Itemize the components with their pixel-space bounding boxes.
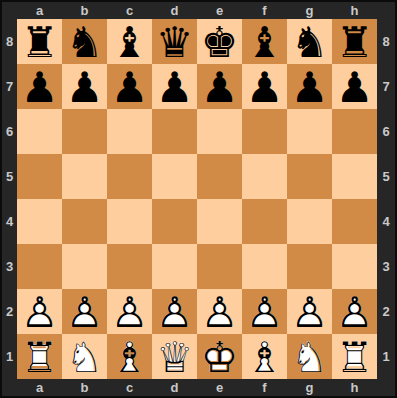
piece-black-king[interactable]: ♚ xyxy=(197,19,242,64)
square-c6[interactable] xyxy=(107,109,152,154)
square-d8[interactable]: ♛ xyxy=(152,19,197,64)
square-g4[interactable] xyxy=(287,199,332,244)
piece-white-pawn[interactable]: ♟♙ xyxy=(242,289,287,334)
piece-glyph-fill: ♟ xyxy=(287,64,332,109)
square-b5[interactable] xyxy=(62,154,107,199)
piece-white-pawn[interactable]: ♟♙ xyxy=(107,289,152,334)
rank-label-6-left: 6 xyxy=(2,109,17,154)
square-a5[interactable] xyxy=(17,154,62,199)
piece-glyph-fill: ♟ xyxy=(242,64,287,109)
frame-corner xyxy=(2,2,17,19)
piece-black-bishop[interactable]: ♝ xyxy=(107,19,152,64)
piece-black-rook[interactable]: ♜ xyxy=(332,19,377,64)
file-label-c-top: c xyxy=(107,2,152,19)
piece-glyph-fill: ♜ xyxy=(17,19,62,64)
square-g3[interactable] xyxy=(287,244,332,289)
piece-white-knight[interactable]: ♞♘ xyxy=(287,334,332,379)
piece-black-pawn[interactable]: ♟ xyxy=(197,64,242,109)
piece-black-knight[interactable]: ♞ xyxy=(287,19,332,64)
square-a8[interactable]: ♜ xyxy=(17,19,62,64)
piece-white-knight[interactable]: ♞♘ xyxy=(62,334,107,379)
square-b3[interactable] xyxy=(62,244,107,289)
square-h1[interactable]: ♜♖ xyxy=(332,334,377,379)
square-h8[interactable]: ♜ xyxy=(332,19,377,64)
rank-label-3-left: 3 xyxy=(2,244,17,289)
square-c7[interactable]: ♟ xyxy=(107,64,152,109)
piece-glyph-outline: ♔ xyxy=(197,334,242,379)
piece-glyph-outline: ♙ xyxy=(17,289,62,334)
piece-black-pawn[interactable]: ♟ xyxy=(287,64,332,109)
piece-glyph-outline: ♙ xyxy=(287,289,332,334)
square-e8[interactable]: ♚ xyxy=(197,19,242,64)
square-b8[interactable]: ♞ xyxy=(62,19,107,64)
square-d2[interactable]: ♟♙ xyxy=(152,289,197,334)
square-e7[interactable]: ♟ xyxy=(197,64,242,109)
file-label-f-top: f xyxy=(242,2,287,19)
rank-label-1-right: 1 xyxy=(377,334,395,379)
square-e2[interactable]: ♟♙ xyxy=(197,289,242,334)
rank-label-7-left: 7 xyxy=(2,64,17,109)
square-c3[interactable] xyxy=(107,244,152,289)
rank-label-1-left: 1 xyxy=(2,334,17,379)
piece-white-king[interactable]: ♚♔ xyxy=(197,334,242,379)
piece-black-bishop[interactable]: ♝ xyxy=(242,19,287,64)
piece-glyph-fill: ♟ xyxy=(62,64,107,109)
piece-black-rook[interactable]: ♜ xyxy=(17,19,62,64)
piece-white-pawn[interactable]: ♟♙ xyxy=(332,289,377,334)
square-a2[interactable]: ♟♙ xyxy=(17,289,62,334)
piece-white-pawn[interactable]: ♟♙ xyxy=(17,289,62,334)
square-e5[interactable] xyxy=(197,154,242,199)
piece-glyph-fill: ♟ xyxy=(152,64,197,109)
piece-glyph-fill: ♝ xyxy=(242,19,287,64)
piece-glyph-outline: ♙ xyxy=(107,289,152,334)
piece-glyph-outline: ♗ xyxy=(107,334,152,379)
piece-black-pawn[interactable]: ♟ xyxy=(332,64,377,109)
square-h2[interactable]: ♟♙ xyxy=(332,289,377,334)
piece-glyph-fill: ♞ xyxy=(62,19,107,64)
piece-glyph-outline: ♘ xyxy=(62,334,107,379)
rank-label-4-right: 4 xyxy=(377,199,395,244)
file-label-g-top: g xyxy=(287,2,332,19)
piece-glyph-outline: ♙ xyxy=(62,289,107,334)
square-a1[interactable]: ♜♖ xyxy=(17,334,62,379)
piece-white-queen[interactable]: ♛♕ xyxy=(152,334,197,379)
square-f3[interactable] xyxy=(242,244,287,289)
chess-board-frame: abcdefgh8♜♞♝♛♚♝♞♜87♟♟♟♟♟♟♟♟7665544332♟♙♟… xyxy=(0,0,397,398)
piece-glyph-outline: ♙ xyxy=(332,289,377,334)
file-label-e-top: e xyxy=(197,2,242,19)
piece-glyph-fill: ♟ xyxy=(107,64,152,109)
square-e1[interactable]: ♚♔ xyxy=(197,334,242,379)
rank-label-2-right: 2 xyxy=(377,289,395,334)
piece-black-pawn[interactable]: ♟ xyxy=(107,64,152,109)
piece-glyph-fill: ♞ xyxy=(287,19,332,64)
piece-glyph-outline: ♖ xyxy=(332,334,377,379)
square-e3[interactable] xyxy=(197,244,242,289)
piece-glyph-outline: ♗ xyxy=(242,334,287,379)
file-label-b-top: b xyxy=(62,2,107,19)
frame-corner xyxy=(377,379,395,396)
file-label-a-top: a xyxy=(17,2,62,19)
square-h5[interactable] xyxy=(332,154,377,199)
square-f6[interactable] xyxy=(242,109,287,154)
piece-white-pawn[interactable]: ♟♙ xyxy=(197,289,242,334)
square-g5[interactable] xyxy=(287,154,332,199)
square-h3[interactable] xyxy=(332,244,377,289)
rank-label-6-right: 6 xyxy=(377,109,395,154)
square-d1[interactable]: ♛♕ xyxy=(152,334,197,379)
square-h4[interactable] xyxy=(332,199,377,244)
piece-white-rook[interactable]: ♜♖ xyxy=(17,334,62,379)
piece-glyph-outline: ♘ xyxy=(287,334,332,379)
piece-glyph-outline: ♙ xyxy=(242,289,287,334)
piece-black-pawn[interactable]: ♟ xyxy=(17,64,62,109)
square-b4[interactable] xyxy=(62,199,107,244)
rank-label-8-left: 8 xyxy=(2,19,17,64)
square-a7[interactable]: ♟ xyxy=(17,64,62,109)
square-f2[interactable]: ♟♙ xyxy=(242,289,287,334)
piece-black-pawn[interactable]: ♟ xyxy=(62,64,107,109)
piece-glyph-fill: ♟ xyxy=(197,64,242,109)
piece-glyph-outline: ♙ xyxy=(152,289,197,334)
piece-white-pawn[interactable]: ♟♙ xyxy=(152,289,197,334)
square-c1[interactable]: ♝♗ xyxy=(107,334,152,379)
square-c8[interactable]: ♝ xyxy=(107,19,152,64)
chess-board-grid: abcdefgh8♜♞♝♛♚♝♞♜87♟♟♟♟♟♟♟♟7665544332♟♙♟… xyxy=(2,2,395,396)
square-f7[interactable]: ♟ xyxy=(242,64,287,109)
square-g1[interactable]: ♞♘ xyxy=(287,334,332,379)
square-h7[interactable]: ♟ xyxy=(332,64,377,109)
square-d5[interactable] xyxy=(152,154,197,199)
piece-black-queen[interactable]: ♛ xyxy=(152,19,197,64)
frame-corner xyxy=(2,379,17,396)
square-g6[interactable] xyxy=(287,109,332,154)
piece-glyph-fill: ♝ xyxy=(107,19,152,64)
square-d7[interactable]: ♟ xyxy=(152,64,197,109)
square-d6[interactable] xyxy=(152,109,197,154)
square-g2[interactable]: ♟♙ xyxy=(287,289,332,334)
square-b2[interactable]: ♟♙ xyxy=(62,289,107,334)
piece-white-pawn[interactable]: ♟♙ xyxy=(287,289,332,334)
piece-glyph-fill: ♜ xyxy=(332,19,377,64)
square-b6[interactable] xyxy=(62,109,107,154)
square-h6[interactable] xyxy=(332,109,377,154)
piece-black-pawn[interactable]: ♟ xyxy=(242,64,287,109)
piece-white-pawn[interactable]: ♟♙ xyxy=(62,289,107,334)
square-f1[interactable]: ♝♗ xyxy=(242,334,287,379)
file-label-h-top: h xyxy=(332,2,377,19)
square-e4[interactable] xyxy=(197,199,242,244)
square-c4[interactable] xyxy=(107,199,152,244)
rank-label-2-left: 2 xyxy=(2,289,17,334)
square-c2[interactable]: ♟♙ xyxy=(107,289,152,334)
piece-glyph-outline: ♙ xyxy=(197,289,242,334)
square-d3[interactable] xyxy=(152,244,197,289)
file-label-d-top: d xyxy=(152,2,197,19)
square-e6[interactable] xyxy=(197,109,242,154)
piece-black-knight[interactable]: ♞ xyxy=(62,19,107,64)
piece-white-bishop[interactable]: ♝♗ xyxy=(107,334,152,379)
rank-label-3-right: 3 xyxy=(377,244,395,289)
square-f8[interactable]: ♝ xyxy=(242,19,287,64)
piece-black-pawn[interactable]: ♟ xyxy=(152,64,197,109)
piece-glyph-fill: ♟ xyxy=(17,64,62,109)
square-g7[interactable]: ♟ xyxy=(287,64,332,109)
rank-label-5-right: 5 xyxy=(377,154,395,199)
square-a4[interactable] xyxy=(17,199,62,244)
piece-glyph-fill: ♚ xyxy=(197,19,242,64)
square-d4[interactable] xyxy=(152,199,197,244)
square-c5[interactable] xyxy=(107,154,152,199)
square-f5[interactable] xyxy=(242,154,287,199)
piece-white-bishop[interactable]: ♝♗ xyxy=(242,334,287,379)
piece-glyph-fill: ♛ xyxy=(152,19,197,64)
square-a3[interactable] xyxy=(17,244,62,289)
rank-label-5-left: 5 xyxy=(2,154,17,199)
rank-label-7-right: 7 xyxy=(377,64,395,109)
square-g8[interactable]: ♞ xyxy=(287,19,332,64)
rank-label-4-left: 4 xyxy=(2,199,17,244)
piece-glyph-fill: ♟ xyxy=(332,64,377,109)
square-f4[interactable] xyxy=(242,199,287,244)
square-a6[interactable] xyxy=(17,109,62,154)
square-b1[interactable]: ♞♘ xyxy=(62,334,107,379)
rank-label-8-right: 8 xyxy=(377,19,395,64)
piece-white-rook[interactable]: ♜♖ xyxy=(332,334,377,379)
piece-glyph-outline: ♖ xyxy=(17,334,62,379)
piece-glyph-outline: ♕ xyxy=(152,334,197,379)
frame-corner xyxy=(377,2,395,19)
square-b7[interactable]: ♟ xyxy=(62,64,107,109)
